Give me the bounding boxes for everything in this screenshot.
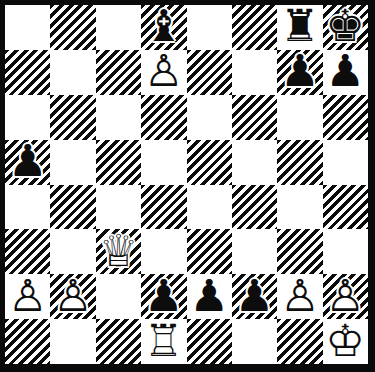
black-pawn-h7: ♟♟ xyxy=(323,50,368,95)
square-e7[interactable] xyxy=(187,50,232,95)
square-d4[interactable] xyxy=(141,185,186,230)
piece-glyph: ♟ xyxy=(232,274,277,319)
square-h2[interactable]: ♟♙ xyxy=(323,274,368,319)
piece-glyph: ♙ xyxy=(323,274,368,319)
square-a1[interactable] xyxy=(5,319,50,364)
square-b3[interactable] xyxy=(50,229,95,274)
square-d2[interactable]: ♟♟ xyxy=(141,274,186,319)
square-g1[interactable] xyxy=(277,319,322,364)
square-d3[interactable] xyxy=(141,229,186,274)
square-e5[interactable] xyxy=(187,140,232,185)
square-c2[interactable] xyxy=(96,274,141,319)
square-b5[interactable] xyxy=(50,140,95,185)
square-g8[interactable]: ♜♜ xyxy=(277,5,322,50)
square-c3[interactable]: ♛♕ xyxy=(96,229,141,274)
square-d5[interactable] xyxy=(141,140,186,185)
white-pawn-a2: ♟♙ xyxy=(5,274,50,319)
square-f6[interactable] xyxy=(232,95,277,140)
square-h5[interactable] xyxy=(323,140,368,185)
square-a6[interactable] xyxy=(5,95,50,140)
square-c1[interactable] xyxy=(96,319,141,364)
white-queen-c3: ♛♕ xyxy=(96,229,141,274)
square-b8[interactable] xyxy=(50,5,95,50)
square-d8[interactable]: ♝♝ xyxy=(141,5,186,50)
white-pawn-h2: ♟♙ xyxy=(323,274,368,319)
square-h6[interactable] xyxy=(323,95,368,140)
square-e6[interactable] xyxy=(187,95,232,140)
black-bishop-d8: ♝♝ xyxy=(141,5,186,50)
square-h1[interactable]: ♚♔ xyxy=(323,319,368,364)
piece-glyph: ♕ xyxy=(96,229,141,274)
piece-glyph: ♙ xyxy=(50,274,95,319)
piece-glyph: ♟ xyxy=(141,274,186,319)
square-c4[interactable] xyxy=(96,185,141,230)
black-pawn-d2: ♟♟ xyxy=(141,274,186,319)
square-a7[interactable] xyxy=(5,50,50,95)
white-pawn-g2: ♟♙ xyxy=(277,274,322,319)
square-a2[interactable]: ♟♙ xyxy=(5,274,50,319)
chess-board: ♝♝♜♜♚♚♟♙♟♟♟♟♟♟♛♕♟♙♟♙♟♟♟♟♟♟♟♙♟♙♜♖♚♔ xyxy=(5,5,368,364)
black-rook-g8: ♜♜ xyxy=(277,5,322,50)
square-d6[interactable] xyxy=(141,95,186,140)
square-f4[interactable] xyxy=(232,185,277,230)
square-a3[interactable] xyxy=(5,229,50,274)
square-a4[interactable] xyxy=(5,185,50,230)
square-b6[interactable] xyxy=(50,95,95,140)
piece-glyph: ♝ xyxy=(141,5,186,50)
white-pawn-b2: ♟♙ xyxy=(50,274,95,319)
square-b7[interactable] xyxy=(50,50,95,95)
piece-glyph: ♙ xyxy=(5,274,50,319)
square-g3[interactable] xyxy=(277,229,322,274)
square-e1[interactable] xyxy=(187,319,232,364)
piece-glyph: ♔ xyxy=(323,319,368,364)
square-g4[interactable] xyxy=(277,185,322,230)
piece-glyph: ♙ xyxy=(141,50,186,95)
piece-glyph: ♟ xyxy=(187,274,232,319)
black-pawn-a5: ♟♟ xyxy=(5,140,50,185)
black-pawn-f2: ♟♟ xyxy=(232,274,277,319)
square-c7[interactable] xyxy=(96,50,141,95)
square-d1[interactable]: ♜♖ xyxy=(141,319,186,364)
square-f8[interactable] xyxy=(232,5,277,50)
black-pawn-e2: ♟♟ xyxy=(187,274,232,319)
piece-glyph: ♟ xyxy=(277,50,322,95)
black-pawn-g7: ♟♟ xyxy=(277,50,322,95)
white-king-h1: ♚♔ xyxy=(323,319,368,364)
square-f1[interactable] xyxy=(232,319,277,364)
square-h7[interactable]: ♟♟ xyxy=(323,50,368,95)
square-c6[interactable] xyxy=(96,95,141,140)
square-f3[interactable] xyxy=(232,229,277,274)
square-f5[interactable] xyxy=(232,140,277,185)
square-g2[interactable]: ♟♙ xyxy=(277,274,322,319)
square-b1[interactable] xyxy=(50,319,95,364)
piece-glyph: ♚ xyxy=(323,5,368,50)
square-f7[interactable] xyxy=(232,50,277,95)
black-king-h8: ♚♚ xyxy=(323,5,368,50)
piece-glyph: ♜ xyxy=(277,5,322,50)
square-h4[interactable] xyxy=(323,185,368,230)
square-b4[interactable] xyxy=(50,185,95,230)
piece-glyph: ♙ xyxy=(277,274,322,319)
board-frame: ♝♝♜♜♚♚♟♙♟♟♟♟♟♟♛♕♟♙♟♙♟♟♟♟♟♟♟♙♟♙♜♖♚♔ xyxy=(0,0,375,372)
square-b2[interactable]: ♟♙ xyxy=(50,274,95,319)
square-c5[interactable] xyxy=(96,140,141,185)
square-e2[interactable]: ♟♟ xyxy=(187,274,232,319)
square-d7[interactable]: ♟♙ xyxy=(141,50,186,95)
square-g7[interactable]: ♟♟ xyxy=(277,50,322,95)
square-a5[interactable]: ♟♟ xyxy=(5,140,50,185)
square-h3[interactable] xyxy=(323,229,368,274)
square-e8[interactable] xyxy=(187,5,232,50)
piece-glyph: ♟ xyxy=(5,140,50,185)
square-e4[interactable] xyxy=(187,185,232,230)
square-e3[interactable] xyxy=(187,229,232,274)
square-h8[interactable]: ♚♚ xyxy=(323,5,368,50)
square-f2[interactable]: ♟♟ xyxy=(232,274,277,319)
white-rook-d1: ♜♖ xyxy=(141,319,186,364)
piece-glyph: ♟ xyxy=(323,50,368,95)
square-g6[interactable] xyxy=(277,95,322,140)
square-g5[interactable] xyxy=(277,140,322,185)
square-a8[interactable] xyxy=(5,5,50,50)
square-c8[interactable] xyxy=(96,5,141,50)
piece-glyph: ♖ xyxy=(141,319,186,364)
white-pawn-d7: ♟♙ xyxy=(141,50,186,95)
